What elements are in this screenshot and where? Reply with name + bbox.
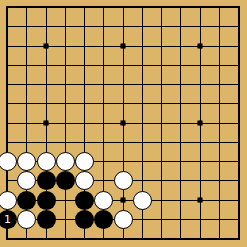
white-stone	[75, 152, 94, 171]
black-stone	[17, 191, 36, 210]
intersection[interactable]	[171, 113, 190, 132]
intersection[interactable]	[191, 75, 210, 94]
intersection[interactable]	[133, 113, 152, 132]
intersection[interactable]	[36, 75, 55, 94]
intersection[interactable]	[210, 229, 229, 247]
intersection[interactable]	[171, 133, 190, 152]
intersection[interactable]	[17, 210, 36, 229]
intersection[interactable]	[191, 94, 210, 113]
intersection[interactable]	[191, 133, 210, 152]
intersection[interactable]	[210, 152, 229, 171]
intersection[interactable]	[133, 0, 152, 17]
intersection[interactable]	[152, 229, 171, 247]
intersection[interactable]	[56, 229, 75, 247]
intersection[interactable]	[113, 75, 132, 94]
intersection[interactable]	[94, 210, 113, 229]
intersection[interactable]	[17, 0, 36, 17]
intersection[interactable]	[152, 75, 171, 94]
intersection[interactable]	[133, 229, 152, 247]
intersection[interactable]	[210, 75, 229, 94]
intersection[interactable]	[56, 0, 75, 17]
intersection[interactable]	[152, 36, 171, 55]
intersection[interactable]	[171, 56, 190, 75]
intersection[interactable]	[133, 36, 152, 55]
intersection[interactable]	[133, 133, 152, 152]
intersection[interactable]	[133, 56, 152, 75]
intersection[interactable]	[36, 152, 55, 171]
intersection[interactable]	[152, 210, 171, 229]
star-point	[121, 198, 126, 203]
white-stone	[75, 171, 94, 190]
intersection[interactable]	[56, 94, 75, 113]
intersection[interactable]	[229, 75, 247, 94]
intersection[interactable]	[75, 229, 94, 247]
intersection[interactable]	[229, 133, 247, 152]
intersection[interactable]	[17, 229, 36, 247]
intersection[interactable]	[191, 56, 210, 75]
intersection[interactable]	[17, 36, 36, 55]
intersection[interactable]	[210, 210, 229, 229]
intersection[interactable]	[75, 210, 94, 229]
intersection[interactable]	[171, 152, 190, 171]
intersection[interactable]	[56, 75, 75, 94]
black-stone	[56, 171, 75, 190]
intersection[interactable]	[75, 0, 94, 17]
intersection[interactable]	[191, 17, 210, 36]
intersection[interactable]	[0, 133, 17, 152]
intersection[interactable]	[36, 36, 55, 55]
intersection[interactable]	[56, 113, 75, 132]
intersection[interactable]	[36, 191, 55, 210]
intersection[interactable]	[152, 171, 171, 190]
white-stone	[17, 171, 36, 190]
intersection[interactable]	[113, 36, 132, 55]
intersection[interactable]	[210, 171, 229, 190]
intersection[interactable]	[17, 56, 36, 75]
intersection[interactable]	[210, 113, 229, 132]
black-stone	[94, 210, 113, 229]
intersection[interactable]	[56, 36, 75, 55]
intersection[interactable]	[75, 75, 94, 94]
intersection[interactable]	[36, 133, 55, 152]
intersection[interactable]	[17, 152, 36, 171]
intersection[interactable]	[171, 17, 190, 36]
black-stone	[37, 210, 56, 229]
intersection[interactable]	[191, 113, 210, 132]
screenshot-root: 1	[0, 0, 247, 247]
intersection[interactable]	[0, 75, 17, 94]
white-stone	[17, 152, 36, 171]
intersection[interactable]	[94, 75, 113, 94]
intersection[interactable]	[56, 152, 75, 171]
intersection[interactable]: 1	[0, 210, 17, 229]
intersection[interactable]	[94, 56, 113, 75]
intersection[interactable]	[152, 152, 171, 171]
intersection[interactable]	[94, 113, 113, 132]
white-stone	[133, 191, 152, 210]
white-stone	[37, 152, 56, 171]
intersection[interactable]	[229, 17, 247, 36]
intersection[interactable]	[152, 0, 171, 17]
intersection[interactable]	[229, 152, 247, 171]
intersection[interactable]	[171, 94, 190, 113]
intersection[interactable]	[152, 17, 171, 36]
intersection[interactable]	[171, 75, 190, 94]
intersection[interactable]	[17, 94, 36, 113]
intersection[interactable]	[210, 56, 229, 75]
black-stone	[75, 191, 94, 210]
star-point	[121, 121, 126, 126]
intersection[interactable]	[133, 171, 152, 190]
intersection[interactable]	[75, 94, 94, 113]
intersection[interactable]	[171, 171, 190, 190]
intersection[interactable]	[113, 0, 132, 17]
intersection[interactable]	[94, 191, 113, 210]
intersection[interactable]	[113, 229, 132, 247]
black-stone	[37, 171, 56, 190]
intersection[interactable]	[171, 210, 190, 229]
black-stone	[75, 210, 94, 229]
intersection[interactable]	[113, 171, 132, 190]
intersection[interactable]	[191, 36, 210, 55]
intersection[interactable]	[94, 171, 113, 190]
intersection[interactable]	[113, 113, 132, 132]
intersection[interactable]	[229, 210, 247, 229]
intersection[interactable]	[229, 36, 247, 55]
intersection[interactable]	[152, 56, 171, 75]
black-stone: 1	[0, 210, 17, 229]
intersection[interactable]	[171, 0, 190, 17]
intersection[interactable]	[210, 0, 229, 17]
intersection[interactable]	[56, 210, 75, 229]
intersection[interactable]	[17, 75, 36, 94]
white-stone	[114, 210, 133, 229]
intersection[interactable]	[94, 94, 113, 113]
intersection[interactable]	[75, 36, 94, 55]
intersection[interactable]	[113, 17, 132, 36]
intersection[interactable]	[94, 133, 113, 152]
star-point	[44, 44, 49, 49]
intersection[interactable]	[75, 191, 94, 210]
intersection[interactable]	[0, 17, 17, 36]
intersection[interactable]	[0, 229, 17, 247]
intersection[interactable]	[191, 210, 210, 229]
intersection[interactable]	[133, 17, 152, 36]
intersection[interactable]	[0, 94, 17, 113]
intersection[interactable]	[113, 152, 132, 171]
intersection[interactable]	[17, 191, 36, 210]
intersection[interactable]	[171, 191, 190, 210]
intersection[interactable]	[56, 17, 75, 36]
intersection[interactable]	[152, 133, 171, 152]
intersection[interactable]	[113, 94, 132, 113]
intersection[interactable]	[36, 0, 55, 17]
intersection[interactable]	[36, 229, 55, 247]
intersection[interactable]	[152, 94, 171, 113]
white-stone	[0, 191, 17, 210]
intersection[interactable]	[210, 36, 229, 55]
intersection[interactable]	[229, 56, 247, 75]
intersection[interactable]	[17, 133, 36, 152]
intersection[interactable]	[36, 171, 55, 190]
star-point	[121, 44, 126, 49]
white-stone	[56, 152, 75, 171]
intersection[interactable]	[94, 17, 113, 36]
intersection[interactable]	[17, 113, 36, 132]
intersection[interactable]	[17, 17, 36, 36]
black-stone	[37, 191, 56, 210]
white-stone	[0, 152, 17, 171]
intersection[interactable]	[210, 94, 229, 113]
intersection[interactable]	[210, 17, 229, 36]
intersection[interactable]	[36, 17, 55, 36]
intersection[interactable]	[0, 113, 17, 132]
intersection[interactable]	[0, 191, 17, 210]
intersection[interactable]	[191, 152, 210, 171]
intersection[interactable]	[0, 56, 17, 75]
intersection[interactable]	[113, 56, 132, 75]
intersection[interactable]	[75, 17, 94, 36]
intersection[interactable]	[229, 0, 247, 17]
intersection[interactable]	[56, 133, 75, 152]
intersection[interactable]	[113, 191, 132, 210]
intersection[interactable]	[94, 229, 113, 247]
intersection[interactable]	[133, 191, 152, 210]
intersection[interactable]	[75, 133, 94, 152]
intersection[interactable]	[0, 171, 17, 190]
intersection[interactable]	[133, 75, 152, 94]
intersection-grid: 1	[0, 0, 247, 247]
go-board[interactable]: 1	[0, 0, 247, 247]
intersection[interactable]	[152, 113, 171, 132]
intersection[interactable]	[94, 152, 113, 171]
intersection[interactable]	[36, 210, 55, 229]
intersection[interactable]	[75, 56, 94, 75]
intersection[interactable]	[191, 0, 210, 17]
intersection[interactable]	[0, 36, 17, 55]
intersection[interactable]	[94, 36, 113, 55]
white-stone	[114, 171, 133, 190]
intersection[interactable]	[0, 152, 17, 171]
move-number-label: 1	[4, 214, 11, 225]
intersection[interactable]	[75, 171, 94, 190]
star-point	[44, 121, 49, 126]
intersection[interactable]	[36, 94, 55, 113]
intersection[interactable]	[75, 152, 94, 171]
intersection[interactable]	[133, 152, 152, 171]
intersection[interactable]	[191, 191, 210, 210]
intersection[interactable]	[229, 229, 247, 247]
intersection[interactable]	[17, 171, 36, 190]
white-stone	[17, 210, 36, 229]
intersection[interactable]	[229, 171, 247, 190]
intersection[interactable]	[133, 94, 152, 113]
star-point	[198, 121, 203, 126]
intersection[interactable]	[191, 229, 210, 247]
intersection[interactable]	[0, 0, 17, 17]
intersection[interactable]	[229, 113, 247, 132]
intersection[interactable]	[94, 0, 113, 17]
intersection[interactable]	[229, 191, 247, 210]
intersection[interactable]	[133, 210, 152, 229]
intersection[interactable]	[56, 56, 75, 75]
intersection[interactable]	[56, 171, 75, 190]
intersection[interactable]	[171, 36, 190, 55]
intersection[interactable]	[229, 94, 247, 113]
intersection[interactable]	[113, 210, 132, 229]
intersection[interactable]	[75, 113, 94, 132]
star-point	[198, 198, 203, 203]
intersection[interactable]	[191, 171, 210, 190]
intersection[interactable]	[36, 113, 55, 132]
intersection[interactable]	[210, 133, 229, 152]
intersection[interactable]	[171, 229, 190, 247]
intersection[interactable]	[113, 133, 132, 152]
intersection[interactable]	[152, 191, 171, 210]
star-point	[198, 44, 203, 49]
intersection[interactable]	[210, 191, 229, 210]
intersection[interactable]	[36, 56, 55, 75]
intersection[interactable]	[56, 191, 75, 210]
white-stone	[94, 191, 113, 210]
